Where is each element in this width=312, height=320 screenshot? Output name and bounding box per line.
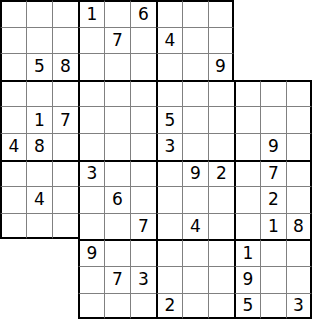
outside-area-cell bbox=[0, 239, 26, 266]
cell-r5c12-empty[interactable] bbox=[286, 106, 312, 133]
cell-r10c5-empty[interactable] bbox=[104, 239, 130, 266]
cell-r12c12-clue[interactable]: 3 bbox=[286, 293, 312, 320]
cell-r8c10-empty[interactable] bbox=[234, 186, 260, 213]
cell-r10c10-clue[interactable]: 1 bbox=[234, 239, 260, 266]
cell-r8c7-empty[interactable] bbox=[156, 186, 182, 213]
cell-r3c1-empty[interactable] bbox=[0, 53, 26, 80]
cell-r6c7-clue[interactable]: 3 bbox=[156, 133, 182, 160]
cell-r6c6-empty[interactable] bbox=[130, 133, 156, 160]
cell-r6c2-clue[interactable]: 8 bbox=[26, 133, 52, 160]
cell-r10c4-clue[interactable]: 9 bbox=[78, 239, 104, 266]
cell-r1c7-empty[interactable] bbox=[156, 0, 182, 27]
cell-r4c9-empty[interactable] bbox=[208, 80, 234, 107]
cell-r9c9-empty[interactable] bbox=[208, 213, 234, 240]
cell-r11c4-empty[interactable] bbox=[78, 266, 104, 293]
cell-r1c8-empty[interactable] bbox=[182, 0, 208, 27]
cell-r2c9-empty[interactable] bbox=[208, 27, 234, 54]
cell-r7c7-empty[interactable] bbox=[156, 160, 182, 187]
cell-r9c1-empty[interactable] bbox=[0, 213, 26, 240]
outside-area-cell bbox=[234, 0, 260, 27]
cell-r11c10-clue[interactable]: 9 bbox=[234, 266, 260, 293]
cell-r3c7-empty[interactable] bbox=[156, 53, 182, 80]
cell-r12c7-clue[interactable]: 2 bbox=[156, 293, 182, 320]
cell-r10c12-empty[interactable] bbox=[286, 239, 312, 266]
cell-r1c9-empty[interactable] bbox=[208, 0, 234, 27]
cell-r8c8-empty[interactable] bbox=[182, 186, 208, 213]
cell-r12c11-empty[interactable] bbox=[260, 293, 286, 320]
cell-r1c3-empty[interactable] bbox=[52, 0, 78, 27]
cell-r9c12-clue[interactable]: 8 bbox=[286, 213, 312, 240]
cell-r5c2-clue[interactable]: 1 bbox=[26, 106, 52, 133]
cell-r5c8-empty[interactable] bbox=[182, 106, 208, 133]
cell-r9c7-empty[interactable] bbox=[156, 213, 182, 240]
cell-r1c5-empty[interactable] bbox=[104, 0, 130, 27]
cell-r8c11-clue[interactable]: 2 bbox=[260, 186, 286, 213]
cell-r6c11-clue[interactable]: 9 bbox=[260, 133, 286, 160]
cell-r9c4-empty[interactable] bbox=[78, 213, 104, 240]
outside-area-cell bbox=[286, 0, 312, 27]
cell-r10c7-empty[interactable] bbox=[156, 239, 182, 266]
cell-r11c9-empty[interactable] bbox=[208, 266, 234, 293]
outside-area-cell bbox=[0, 266, 26, 293]
cell-r7c11-clue[interactable]: 7 bbox=[260, 160, 286, 187]
cell-r9c10-empty[interactable] bbox=[234, 213, 260, 240]
cell-r9c6-clue[interactable]: 7 bbox=[130, 213, 156, 240]
outside-area-cell bbox=[52, 293, 78, 320]
cell-r8c5-clue[interactable]: 6 bbox=[104, 186, 130, 213]
cell-r4c6-empty[interactable] bbox=[130, 80, 156, 107]
outside-area-cell bbox=[260, 53, 286, 80]
cell-r7c6-empty[interactable] bbox=[130, 160, 156, 187]
cell-r9c8-clue[interactable]: 4 bbox=[182, 213, 208, 240]
cell-r11c6-clue[interactable]: 3 bbox=[130, 266, 156, 293]
cell-r6c12-empty[interactable] bbox=[286, 133, 312, 160]
outside-area-cell bbox=[234, 27, 260, 54]
cell-r6c3-empty[interactable] bbox=[52, 133, 78, 160]
cell-r7c4-clue[interactable]: 3 bbox=[78, 160, 104, 187]
outside-area-cell bbox=[234, 53, 260, 80]
cell-r8c1-empty[interactable] bbox=[0, 186, 26, 213]
cell-r5c9-empty[interactable] bbox=[208, 106, 234, 133]
outside-area-cell bbox=[26, 266, 52, 293]
outside-area-cell bbox=[286, 53, 312, 80]
cell-r3c9-clue[interactable]: 9 bbox=[208, 53, 234, 80]
cell-r2c8-empty[interactable] bbox=[182, 27, 208, 54]
cell-r4c1-empty[interactable] bbox=[0, 80, 26, 107]
cell-r12c5-empty[interactable] bbox=[104, 293, 130, 320]
cell-r8c4-empty[interactable] bbox=[78, 186, 104, 213]
cell-r2c3-empty[interactable] bbox=[52, 27, 78, 54]
cell-r3c2-clue[interactable]: 5 bbox=[26, 53, 52, 80]
cell-r7c10-empty[interactable] bbox=[234, 160, 260, 187]
cell-r12c4-empty[interactable] bbox=[78, 293, 104, 320]
cell-r7c12-empty[interactable] bbox=[286, 160, 312, 187]
cell-r3c8-empty[interactable] bbox=[182, 53, 208, 80]
cell-r4c12-empty[interactable] bbox=[286, 80, 312, 107]
cell-r8c2-clue[interactable]: 4 bbox=[26, 186, 52, 213]
cell-r6c5-empty[interactable] bbox=[104, 133, 130, 160]
cell-r3c4-empty[interactable] bbox=[78, 53, 104, 80]
cell-r6c8-empty[interactable] bbox=[182, 133, 208, 160]
cell-r7c5-empty[interactable] bbox=[104, 160, 130, 187]
cell-r12c10-clue[interactable]: 5 bbox=[234, 293, 260, 320]
cell-r8c6-empty[interactable] bbox=[130, 186, 156, 213]
cell-r9c11-clue[interactable]: 1 bbox=[260, 213, 286, 240]
cell-r11c7-empty[interactable] bbox=[156, 266, 182, 293]
cell-r6c10-empty[interactable] bbox=[234, 133, 260, 160]
cell-r5c7-clue[interactable]: 5 bbox=[156, 106, 182, 133]
cell-r3c5-empty[interactable] bbox=[104, 53, 130, 80]
cell-r5c3-clue[interactable]: 7 bbox=[52, 106, 78, 133]
cell-r9c2-empty[interactable] bbox=[26, 213, 52, 240]
cell-r7c3-empty[interactable] bbox=[52, 160, 78, 187]
cell-r7c8-clue[interactable]: 9 bbox=[182, 160, 208, 187]
cell-r4c11-empty[interactable] bbox=[260, 80, 286, 107]
cell-r8c9-empty[interactable] bbox=[208, 186, 234, 213]
cell-r10c6-empty[interactable] bbox=[130, 239, 156, 266]
outside-area-cell bbox=[260, 27, 286, 54]
cell-r6c4-empty[interactable] bbox=[78, 133, 104, 160]
cell-r2c2-empty[interactable] bbox=[26, 27, 52, 54]
cell-r1c4-clue[interactable]: 1 bbox=[78, 0, 104, 27]
outside-area-cell bbox=[52, 266, 78, 293]
cell-r11c11-empty[interactable] bbox=[260, 266, 286, 293]
cell-r9c5-empty[interactable] bbox=[104, 213, 130, 240]
cell-r4c8-empty[interactable] bbox=[182, 80, 208, 107]
cell-r2c5-clue[interactable]: 7 bbox=[104, 27, 130, 54]
cell-r6c9-empty[interactable] bbox=[208, 133, 234, 160]
cell-r1c2-empty[interactable] bbox=[26, 0, 52, 27]
cell-r11c5-clue[interactable]: 7 bbox=[104, 266, 130, 293]
cell-r4c5-empty[interactable] bbox=[104, 80, 130, 107]
cell-r2c4-empty[interactable] bbox=[78, 27, 104, 54]
cell-r12c9-empty[interactable] bbox=[208, 293, 234, 320]
sudoku-board: 167458917548393927462741891739253 bbox=[0, 0, 312, 319]
cell-r1c6-clue[interactable]: 6 bbox=[130, 0, 156, 27]
cell-r12c8-empty[interactable] bbox=[182, 293, 208, 320]
cell-r12c6-empty[interactable] bbox=[130, 293, 156, 320]
cell-r4c7-empty[interactable] bbox=[156, 80, 182, 107]
outside-area-cell bbox=[286, 27, 312, 54]
cell-r11c8-empty[interactable] bbox=[182, 266, 208, 293]
cell-r4c2-empty[interactable] bbox=[26, 80, 52, 107]
outside-area-cell bbox=[26, 293, 52, 320]
cell-r5c10-empty[interactable] bbox=[234, 106, 260, 133]
cell-r5c6-empty[interactable] bbox=[130, 106, 156, 133]
cell-r2c7-clue[interactable]: 4 bbox=[156, 27, 182, 54]
cell-r2c1-empty[interactable] bbox=[0, 27, 26, 54]
cell-r7c9-clue[interactable]: 2 bbox=[208, 160, 234, 187]
cell-r9c3-empty[interactable] bbox=[52, 213, 78, 240]
cell-r3c3-clue[interactable]: 8 bbox=[52, 53, 78, 80]
cell-r6c1-clue[interactable]: 4 bbox=[0, 133, 26, 160]
cell-r4c10-empty[interactable] bbox=[234, 80, 260, 107]
cell-r3c6-empty[interactable] bbox=[130, 53, 156, 80]
cell-r8c3-empty[interactable] bbox=[52, 186, 78, 213]
outside-area-cell bbox=[52, 239, 78, 266]
sudoku-page: 167458917548393927462741891739253 bbox=[0, 0, 312, 320]
cell-r7c1-empty[interactable] bbox=[0, 160, 26, 187]
outside-area-cell bbox=[26, 239, 52, 266]
cell-r11c12-empty[interactable] bbox=[286, 266, 312, 293]
outside-area-cell bbox=[0, 293, 26, 320]
cell-r1c1-empty[interactable] bbox=[0, 0, 26, 27]
cell-r4c4-empty[interactable] bbox=[78, 80, 104, 107]
outside-area-cell bbox=[260, 0, 286, 27]
cell-r5c5-empty[interactable] bbox=[104, 106, 130, 133]
cell-r10c8-empty[interactable] bbox=[182, 239, 208, 266]
cell-r8c12-empty[interactable] bbox=[286, 186, 312, 213]
cell-r4c3-empty[interactable] bbox=[52, 80, 78, 107]
cell-r5c1-empty[interactable] bbox=[0, 106, 26, 133]
cell-r7c2-empty[interactable] bbox=[26, 160, 52, 187]
cell-r5c11-empty[interactable] bbox=[260, 106, 286, 133]
cell-r10c11-empty[interactable] bbox=[260, 239, 286, 266]
cell-r10c9-empty[interactable] bbox=[208, 239, 234, 266]
cell-r5c4-empty[interactable] bbox=[78, 106, 104, 133]
cell-r2c6-empty[interactable] bbox=[130, 27, 156, 54]
